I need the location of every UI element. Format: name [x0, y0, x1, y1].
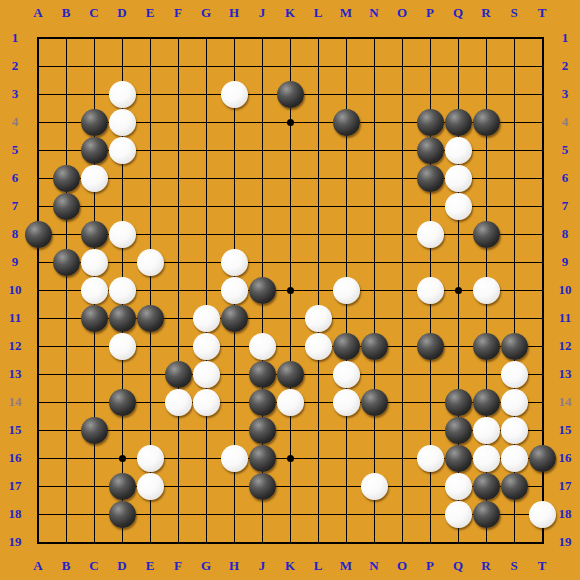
- stone-black-B9[interactable]: [53, 249, 80, 276]
- col-label-bottom-O: O: [388, 554, 416, 578]
- stone-black-J16[interactable]: [249, 445, 276, 472]
- row-label-left-10: 10: [1, 278, 29, 302]
- stone-white-G12[interactable]: [193, 333, 220, 360]
- row-label-left-14: 14: [1, 390, 29, 414]
- stone-black-Q4[interactable]: [445, 109, 472, 136]
- stone-white-M10[interactable]: [333, 277, 360, 304]
- col-label-top-Q: Q: [444, 1, 472, 25]
- row-label-right-7: 7: [551, 194, 579, 218]
- stone-white-S13[interactable]: [501, 361, 528, 388]
- col-label-bottom-E: E: [136, 554, 164, 578]
- stone-white-G14[interactable]: [193, 389, 220, 416]
- stone-black-N14[interactable]: [361, 389, 388, 416]
- col-label-bottom-K: K: [276, 554, 304, 578]
- col-label-top-N: N: [360, 1, 388, 25]
- col-label-bottom-B: B: [52, 554, 80, 578]
- stone-white-D12[interactable]: [109, 333, 136, 360]
- stone-black-D17[interactable]: [109, 473, 136, 500]
- star-point-K4: [287, 119, 294, 126]
- stone-black-K13[interactable]: [277, 361, 304, 388]
- stone-white-Q5[interactable]: [445, 137, 472, 164]
- col-label-bottom-F: F: [164, 554, 192, 578]
- stone-white-N17[interactable]: [361, 473, 388, 500]
- stone-white-H3[interactable]: [221, 81, 248, 108]
- stone-black-Q14[interactable]: [445, 389, 472, 416]
- stone-white-E9[interactable]: [137, 249, 164, 276]
- stone-white-L11[interactable]: [305, 305, 332, 332]
- stone-black-J15[interactable]: [249, 417, 276, 444]
- col-label-bottom-R: R: [472, 554, 500, 578]
- star-point-K10: [287, 287, 294, 294]
- stone-black-B6[interactable]: [53, 165, 80, 192]
- stone-black-J17[interactable]: [249, 473, 276, 500]
- stone-black-R4[interactable]: [473, 109, 500, 136]
- col-label-top-P: P: [416, 1, 444, 25]
- stone-white-D4[interactable]: [109, 109, 136, 136]
- col-label-bottom-J: J: [248, 554, 276, 578]
- col-label-top-H: H: [220, 1, 248, 25]
- row-label-left-3: 3: [1, 82, 29, 106]
- stone-black-B7[interactable]: [53, 193, 80, 220]
- col-label-bottom-Q: Q: [444, 554, 472, 578]
- row-label-right-5: 5: [551, 138, 579, 162]
- stone-white-Q18[interactable]: [445, 501, 472, 528]
- stone-black-R8[interactable]: [473, 221, 500, 248]
- stone-white-T18[interactable]: [529, 501, 556, 528]
- col-label-bottom-H: H: [220, 554, 248, 578]
- stone-white-D10[interactable]: [109, 277, 136, 304]
- col-label-bottom-P: P: [416, 554, 444, 578]
- row-label-right-4: 4: [551, 110, 579, 134]
- row-label-left-19: 19: [1, 530, 29, 554]
- row-label-left-17: 17: [1, 474, 29, 498]
- col-label-top-O: O: [388, 1, 416, 25]
- stone-white-C10[interactable]: [81, 277, 108, 304]
- col-label-top-K: K: [276, 1, 304, 25]
- col-label-top-G: G: [192, 1, 220, 25]
- col-label-top-E: E: [136, 1, 164, 25]
- stone-white-K14[interactable]: [277, 389, 304, 416]
- row-label-left-15: 15: [1, 418, 29, 442]
- row-label-right-19: 19: [551, 530, 579, 554]
- row-label-left-18: 18: [1, 502, 29, 526]
- stone-black-C5[interactable]: [81, 137, 108, 164]
- row-label-left-2: 2: [1, 54, 29, 78]
- col-label-top-M: M: [332, 1, 360, 25]
- stone-black-T16[interactable]: [529, 445, 556, 472]
- col-label-bottom-D: D: [108, 554, 136, 578]
- stone-white-P10[interactable]: [417, 277, 444, 304]
- row-label-left-5: 5: [1, 138, 29, 162]
- stone-white-E17[interactable]: [137, 473, 164, 500]
- row-label-right-1: 1: [551, 26, 579, 50]
- stone-white-L12[interactable]: [305, 333, 332, 360]
- row-label-left-7: 7: [1, 194, 29, 218]
- row-label-right-12: 12: [551, 334, 579, 358]
- stone-black-P12[interactable]: [417, 333, 444, 360]
- col-label-top-T: T: [528, 1, 556, 25]
- col-label-top-F: F: [164, 1, 192, 25]
- stone-black-C15[interactable]: [81, 417, 108, 444]
- row-label-left-13: 13: [1, 362, 29, 386]
- stone-white-H16[interactable]: [221, 445, 248, 472]
- stone-black-D14[interactable]: [109, 389, 136, 416]
- col-label-top-S: S: [500, 1, 528, 25]
- col-label-top-B: B: [52, 1, 80, 25]
- stone-white-P8[interactable]: [417, 221, 444, 248]
- col-label-top-J: J: [248, 1, 276, 25]
- col-label-bottom-T: T: [528, 554, 556, 578]
- stone-white-Q17[interactable]: [445, 473, 472, 500]
- stone-white-G11[interactable]: [193, 305, 220, 332]
- stone-black-D18[interactable]: [109, 501, 136, 528]
- stone-black-P6[interactable]: [417, 165, 444, 192]
- stone-black-D11[interactable]: [109, 305, 136, 332]
- stone-white-H10[interactable]: [221, 277, 248, 304]
- stone-black-P5[interactable]: [417, 137, 444, 164]
- stone-black-C4[interactable]: [81, 109, 108, 136]
- stone-black-J14[interactable]: [249, 389, 276, 416]
- stone-black-E11[interactable]: [137, 305, 164, 332]
- row-label-left-11: 11: [1, 306, 29, 330]
- row-label-right-3: 3: [551, 82, 579, 106]
- stone-black-C11[interactable]: [81, 305, 108, 332]
- stone-black-M12[interactable]: [333, 333, 360, 360]
- stone-black-N12[interactable]: [361, 333, 388, 360]
- stone-black-Q16[interactable]: [445, 445, 472, 472]
- col-label-top-C: C: [80, 1, 108, 25]
- row-label-right-14: 14: [551, 390, 579, 414]
- stone-white-R15[interactable]: [473, 417, 500, 444]
- row-label-left-6: 6: [1, 166, 29, 190]
- stone-white-D5[interactable]: [109, 137, 136, 164]
- stone-black-F13[interactable]: [165, 361, 192, 388]
- stone-white-Q7[interactable]: [445, 193, 472, 220]
- row-label-left-12: 12: [1, 334, 29, 358]
- stone-black-R12[interactable]: [473, 333, 500, 360]
- col-label-top-D: D: [108, 1, 136, 25]
- stone-black-J13[interactable]: [249, 361, 276, 388]
- stone-white-R16[interactable]: [473, 445, 500, 472]
- row-label-right-2: 2: [551, 54, 579, 78]
- stone-black-R17[interactable]: [473, 473, 500, 500]
- stone-white-M13[interactable]: [333, 361, 360, 388]
- stone-black-R18[interactable]: [473, 501, 500, 528]
- stone-white-R10[interactable]: [473, 277, 500, 304]
- col-label-top-A: A: [24, 1, 52, 25]
- stone-black-A8[interactable]: [25, 221, 52, 248]
- row-label-right-8: 8: [551, 222, 579, 246]
- stone-white-S16[interactable]: [501, 445, 528, 472]
- stone-white-S14[interactable]: [501, 389, 528, 416]
- stone-white-S15[interactable]: [501, 417, 528, 444]
- col-label-bottom-N: N: [360, 554, 388, 578]
- col-label-top-L: L: [304, 1, 332, 25]
- stone-white-D8[interactable]: [109, 221, 136, 248]
- stone-black-C8[interactable]: [81, 221, 108, 248]
- row-label-right-9: 9: [551, 250, 579, 274]
- col-label-bottom-A: A: [24, 554, 52, 578]
- stone-white-H9[interactable]: [221, 249, 248, 276]
- col-label-bottom-M: M: [332, 554, 360, 578]
- stone-black-J10[interactable]: [249, 277, 276, 304]
- stone-white-J12[interactable]: [249, 333, 276, 360]
- col-label-bottom-S: S: [500, 554, 528, 578]
- row-label-right-17: 17: [551, 474, 579, 498]
- row-label-left-9: 9: [1, 250, 29, 274]
- stone-black-S17[interactable]: [501, 473, 528, 500]
- star-point-Q10: [455, 287, 462, 294]
- row-label-right-13: 13: [551, 362, 579, 386]
- row-label-left-16: 16: [1, 446, 29, 470]
- stone-black-H11[interactable]: [221, 305, 248, 332]
- row-label-right-11: 11: [551, 306, 579, 330]
- stone-white-F14[interactable]: [165, 389, 192, 416]
- stone-white-C6[interactable]: [81, 165, 108, 192]
- stone-white-G13[interactable]: [193, 361, 220, 388]
- stone-white-P16[interactable]: [417, 445, 444, 472]
- row-label-right-15: 15: [551, 418, 579, 442]
- col-label-bottom-G: G: [192, 554, 220, 578]
- star-point-D16: [119, 455, 126, 462]
- stone-black-K3[interactable]: [277, 81, 304, 108]
- stone-white-C9[interactable]: [81, 249, 108, 276]
- stone-black-R14[interactable]: [473, 389, 500, 416]
- stone-black-M4[interactable]: [333, 109, 360, 136]
- col-label-top-R: R: [472, 1, 500, 25]
- row-label-right-6: 6: [551, 166, 579, 190]
- stone-black-P4[interactable]: [417, 109, 444, 136]
- col-label-bottom-C: C: [80, 554, 108, 578]
- col-label-bottom-L: L: [304, 554, 332, 578]
- row-label-left-1: 1: [1, 26, 29, 50]
- row-label-right-10: 10: [551, 278, 579, 302]
- stone-white-Q6[interactable]: [445, 165, 472, 192]
- stone-black-Q15[interactable]: [445, 417, 472, 444]
- stone-white-E16[interactable]: [137, 445, 164, 472]
- stone-black-S12[interactable]: [501, 333, 528, 360]
- star-point-K16: [287, 455, 294, 462]
- stone-white-M14[interactable]: [333, 389, 360, 416]
- row-label-left-4: 4: [1, 110, 29, 134]
- stone-white-D3[interactable]: [109, 81, 136, 108]
- go-board: ABCDEFGHJKLMNOPQRST ABCDEFGHJKLMNOPQRST …: [0, 0, 580, 580]
